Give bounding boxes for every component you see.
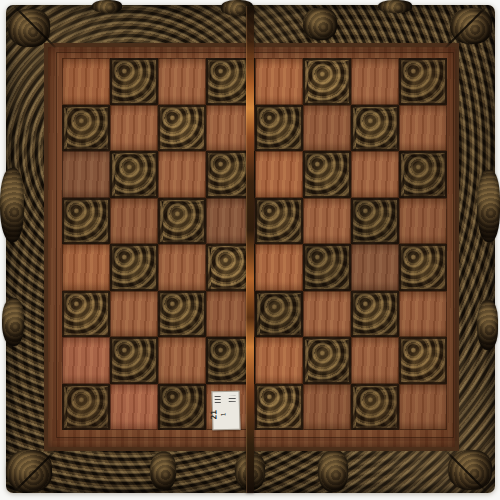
square-f8 [303,58,351,105]
carved-corner-bottom-right-icon [448,450,492,490]
square-b2 [110,337,158,384]
square-h3 [399,291,447,338]
square-a8 [62,58,110,105]
square-g7 [351,105,399,152]
square-e7 [255,105,303,152]
square-c7 [158,105,206,152]
square-e6 [255,151,303,198]
square-a5 [62,198,110,245]
square-h7 [399,105,447,152]
square-c2 [158,337,206,384]
square-a6 [62,151,110,198]
square-h1 [399,384,447,431]
square-e8 [255,58,303,105]
square-g1 [351,384,399,431]
square-b5 [110,198,158,245]
carved-figure-right-lower-icon [477,300,498,350]
square-g3 [351,291,399,338]
carved-crest-top-left-icon [92,0,122,13]
square-c4 [158,244,206,291]
square-g4 [351,244,399,291]
square-b1 [110,384,158,431]
carved-corner-top-left-icon [8,9,50,47]
square-e3 [255,291,303,338]
square-a1 [62,384,110,431]
carved-figure-right-side-icon [477,170,500,242]
square-a2 [62,337,110,384]
square-b3 [110,291,158,338]
square-c3 [158,291,206,338]
square-c8 [158,58,206,105]
square-h6 [399,151,447,198]
square-c1 [158,384,206,431]
square-b7 [110,105,158,152]
square-h4 [399,244,447,291]
square-g6 [351,151,399,198]
square-h5 [399,198,447,245]
sticker-fineprint-1 [215,394,221,403]
square-a7 [62,105,110,152]
sticker-lot-number: 21 [209,410,218,420]
square-g2 [351,337,399,384]
square-f7 [303,105,351,152]
sticker-sub-number: 1 [219,413,226,417]
square-b8 [110,58,158,105]
square-f6 [303,151,351,198]
square-c5 [158,198,206,245]
square-e1 [255,384,303,431]
square-e4 [255,244,303,291]
square-b6 [110,151,158,198]
square-f4 [303,244,351,291]
sticker-fineprint-2 [229,396,236,402]
carved-figure-bottom-left-icon [150,452,176,490]
square-b4 [110,244,158,291]
square-e5 [255,198,303,245]
square-h8 [399,58,447,105]
square-f1 [303,384,351,431]
square-f2 [303,337,351,384]
square-f3 [303,291,351,338]
carved-corner-bottom-left-icon [6,450,52,492]
carved-figure-left-lower-icon [2,298,24,346]
carved-figure-bottom-right-icon [318,450,348,492]
square-c6 [158,151,206,198]
chess-board [62,58,447,430]
square-g8 [351,58,399,105]
carved-corner-top-right-icon [450,8,492,44]
photo-background: 21 1 [0,0,500,500]
carved-figure-left-side-icon [0,168,24,242]
square-f5 [303,198,351,245]
square-g5 [351,198,399,245]
square-h2 [399,337,447,384]
square-a3 [62,291,110,338]
square-e2 [255,337,303,384]
lot-sticker: 21 1 [211,391,240,431]
square-a4 [62,244,110,291]
hinge-seam [246,6,254,493]
carved-crest-top-right-icon [378,0,412,13]
carved-figure-top-center-icon [303,8,337,40]
